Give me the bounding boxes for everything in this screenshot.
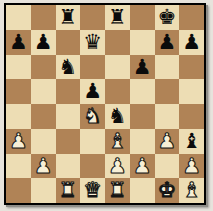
square-a4[interactable] (6, 104, 31, 129)
square-h1[interactable]: ♝ (179, 178, 204, 203)
square-a3[interactable]: ♟ (6, 129, 31, 154)
piece-white-pawn[interactable]: ♟ (9, 129, 28, 154)
piece-white-queen[interactable]: ♛ (83, 178, 102, 203)
piece-white-pawn[interactable]: ♟ (182, 154, 201, 179)
square-e8[interactable]: ♜ (105, 5, 130, 30)
square-f2[interactable]: ♟ (130, 154, 155, 179)
square-f6[interactable]: ♟ (130, 55, 155, 80)
square-f5[interactable] (130, 79, 155, 104)
square-d8[interactable] (80, 5, 105, 30)
square-g2[interactable] (155, 154, 180, 179)
piece-black-pawn[interactable]: ♟ (83, 79, 102, 104)
square-b2[interactable]: ♟ (31, 154, 56, 179)
square-d4[interactable]: ♞ (80, 104, 105, 129)
piece-white-knight[interactable]: ♞ (83, 104, 102, 129)
square-g4[interactable] (155, 104, 180, 129)
square-f7[interactable] (130, 30, 155, 55)
piece-black-pawn[interactable]: ♟ (34, 30, 53, 55)
piece-black-pawn[interactable]: ♟ (133, 55, 152, 80)
square-c2[interactable] (56, 154, 81, 179)
square-e5[interactable] (105, 79, 130, 104)
square-c4[interactable] (56, 104, 81, 129)
piece-black-rook[interactable]: ♜ (108, 5, 127, 30)
square-g8[interactable]: ♚ (155, 5, 180, 30)
square-e6[interactable] (105, 55, 130, 80)
square-c1[interactable]: ♜ (56, 178, 81, 203)
piece-white-king[interactable]: ♚ (157, 178, 176, 203)
square-f3[interactable] (130, 129, 155, 154)
square-h2[interactable]: ♟ (179, 154, 204, 179)
square-d7[interactable]: ♛ (80, 30, 105, 55)
square-b8[interactable] (31, 5, 56, 30)
square-h5[interactable] (179, 79, 204, 104)
square-g3[interactable]: ♟ (155, 129, 180, 154)
square-b4[interactable] (31, 104, 56, 129)
square-c7[interactable] (56, 30, 81, 55)
piece-white-bishop[interactable]: ♝ (108, 129, 127, 154)
square-c8[interactable]: ♜ (56, 5, 81, 30)
piece-black-bishop[interactable]: ♝ (182, 129, 201, 154)
square-e4[interactable]: ♞ (105, 104, 130, 129)
square-b3[interactable] (31, 129, 56, 154)
square-b5[interactable] (31, 79, 56, 104)
square-c5[interactable] (56, 79, 81, 104)
square-f8[interactable] (130, 5, 155, 30)
square-g6[interactable] (155, 55, 180, 80)
square-g5[interactable] (155, 79, 180, 104)
square-e1[interactable]: ♜ (105, 178, 130, 203)
square-h8[interactable] (179, 5, 204, 30)
square-a2[interactable] (6, 154, 31, 179)
piece-white-pawn[interactable]: ♟ (133, 154, 152, 179)
piece-white-rook[interactable]: ♜ (108, 178, 127, 203)
piece-white-rook[interactable]: ♜ (58, 178, 77, 203)
square-e2[interactable]: ♟ (105, 154, 130, 179)
square-d6[interactable] (80, 55, 105, 80)
window-background: ♜♜♚♟♟♛♟♟♞♟♟♞♞♟♝♟♝♟♟♟♟♜♛♜♚♝ (0, 0, 213, 211)
square-a6[interactable] (6, 55, 31, 80)
piece-black-queen[interactable]: ♛ (83, 30, 102, 55)
square-d2[interactable] (80, 154, 105, 179)
square-b6[interactable] (31, 55, 56, 80)
square-h6[interactable] (179, 55, 204, 80)
chess-board: ♜♜♚♟♟♛♟♟♞♟♟♞♞♟♝♟♝♟♟♟♟♜♛♜♚♝ (4, 3, 206, 205)
square-a1[interactable] (6, 178, 31, 203)
square-a5[interactable] (6, 79, 31, 104)
square-f1[interactable] (130, 178, 155, 203)
square-e7[interactable] (105, 30, 130, 55)
piece-black-pawn[interactable]: ♟ (157, 30, 176, 55)
piece-black-pawn[interactable]: ♟ (9, 30, 28, 55)
piece-black-knight[interactable]: ♞ (58, 55, 77, 80)
square-g7[interactable]: ♟ (155, 30, 180, 55)
square-d5[interactable]: ♟ (80, 79, 105, 104)
square-b1[interactable] (31, 178, 56, 203)
square-h7[interactable]: ♟ (179, 30, 204, 55)
square-c6[interactable]: ♞ (56, 55, 81, 80)
square-g1[interactable]: ♚ (155, 178, 180, 203)
square-h4[interactable] (179, 104, 204, 129)
piece-white-pawn[interactable]: ♟ (34, 154, 53, 179)
square-d3[interactable] (80, 129, 105, 154)
piece-white-bishop[interactable]: ♝ (182, 178, 201, 203)
square-a7[interactable]: ♟ (6, 30, 31, 55)
square-b7[interactable]: ♟ (31, 30, 56, 55)
piece-white-pawn[interactable]: ♟ (157, 129, 176, 154)
piece-black-rook[interactable]: ♜ (58, 5, 77, 30)
square-e3[interactable]: ♝ (105, 129, 130, 154)
piece-black-pawn[interactable]: ♟ (182, 30, 201, 55)
piece-white-pawn[interactable]: ♟ (108, 154, 127, 179)
square-a8[interactable] (6, 5, 31, 30)
square-f4[interactable] (130, 104, 155, 129)
square-c3[interactable] (56, 129, 81, 154)
square-h3[interactable]: ♝ (179, 129, 204, 154)
square-d1[interactable]: ♛ (80, 178, 105, 203)
piece-black-king[interactable]: ♚ (157, 5, 176, 30)
piece-black-knight[interactable]: ♞ (108, 104, 127, 129)
